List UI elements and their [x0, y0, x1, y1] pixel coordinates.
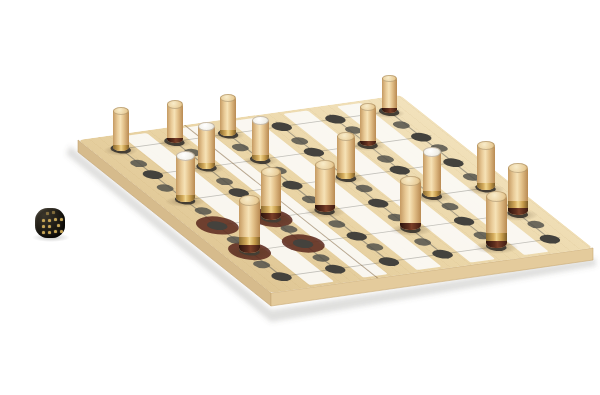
board-hole: [524, 220, 547, 229]
die-pip: [54, 218, 57, 221]
die-pip: [57, 224, 60, 227]
die-pip: [48, 231, 51, 234]
die-pip: [48, 219, 51, 222]
die-pip: [60, 218, 63, 221]
board-hole: [354, 139, 382, 150]
board-hole: [214, 129, 242, 140]
board-hole: [268, 271, 296, 282]
board-hole: [504, 208, 532, 219]
board-hole: [407, 132, 435, 143]
board-hole: [332, 172, 360, 183]
board-hole: [385, 213, 408, 222]
board-hole: [343, 231, 371, 242]
board-hole: [299, 195, 322, 204]
die-pip: [48, 225, 51, 228]
die[interactable]: [35, 208, 65, 238]
board-hole: [375, 106, 403, 117]
board-hole: [450, 216, 478, 227]
board-hole: [278, 180, 306, 191]
die-pip: [42, 225, 45, 228]
die-pip: [46, 212, 49, 215]
board-hole: [193, 162, 221, 173]
board-hole: [213, 177, 236, 186]
board-hole: [171, 195, 199, 206]
die-pip: [42, 219, 45, 222]
board-hole: [127, 159, 150, 168]
board-hole: [439, 157, 467, 168]
die-pip: [54, 230, 57, 233]
board-hole: [300, 147, 328, 158]
game-photo: [0, 0, 600, 395]
board-hole: [471, 231, 494, 240]
board-hole: [396, 223, 424, 234]
die-pip: [52, 211, 55, 214]
board-hole: [311, 205, 339, 216]
board-hole: [107, 144, 135, 155]
board-hole: [374, 154, 397, 163]
board-hole: [364, 198, 392, 209]
board-hole: [472, 183, 500, 194]
board-hole: [418, 190, 446, 201]
board-hole: [386, 165, 414, 176]
board-hole: [375, 256, 403, 267]
die-pip: [42, 231, 45, 234]
board-hole: [482, 241, 510, 252]
board-hole: [246, 154, 274, 165]
board-hole: [225, 187, 253, 198]
board-hole: [160, 136, 188, 147]
board-hole: [288, 136, 311, 145]
board-hole: [429, 249, 457, 260]
board-hole: [321, 264, 349, 275]
board-hole: [310, 253, 333, 262]
board-hole: [428, 143, 451, 152]
board-hole: [139, 169, 167, 180]
board-hole: [536, 234, 564, 245]
board-hole: [268, 121, 296, 132]
board-hole: [321, 114, 349, 125]
board-hole: [460, 172, 483, 181]
